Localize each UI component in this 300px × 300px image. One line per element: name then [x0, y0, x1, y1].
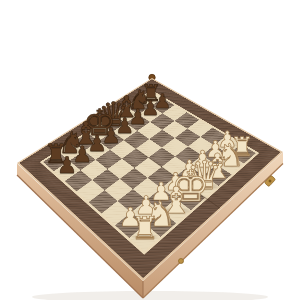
pawn-glyph: ♟	[57, 153, 78, 176]
rook-glyph: ♜	[131, 214, 159, 245]
chess-set-photo: ♜♞♝♛♚♝♞♜♟♟♟♟♟♟♟♟♟♟♟♟♟♟♟♟♜♞♝♛♚♝♞♜	[0, 0, 300, 300]
pieces-layer: ♜♞♝♛♚♝♞♜♟♟♟♟♟♟♟♟♟♟♟♟♟♟♟♟♜♞♝♛♚♝♞♜	[0, 0, 300, 300]
